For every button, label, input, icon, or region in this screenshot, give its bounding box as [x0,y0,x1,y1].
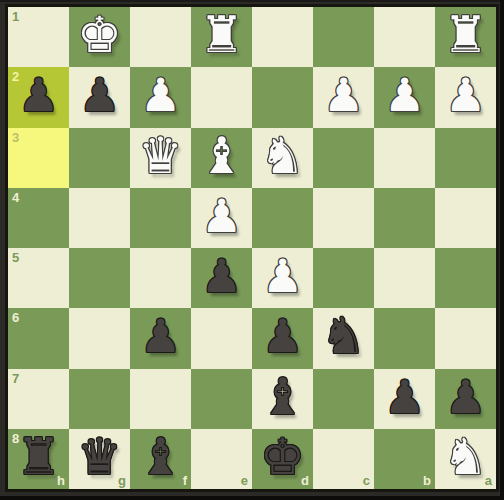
rank-label-4: 4 [12,191,19,204]
black-pawn[interactable]: ♟ [18,72,59,118]
black-knight[interactable]: ♞ [321,311,366,361]
square-f1[interactable] [130,7,191,67]
square-f2[interactable]: ♟ [130,67,191,127]
square-b8[interactable]: b [374,429,435,489]
square-h6[interactable]: 6 [8,308,69,368]
square-d5[interactable]: ♟ [252,248,313,308]
black-pawn[interactable]: ♟ [384,374,425,420]
file-label-c: c [363,474,370,487]
square-f5[interactable] [130,248,191,308]
black-pawn[interactable]: ♟ [201,253,242,299]
square-a8[interactable]: a♞ [435,429,496,489]
square-e5[interactable]: ♟ [191,248,252,308]
square-a2[interactable]: ♟ [435,67,496,127]
square-d8[interactable]: d♚ [252,429,313,489]
square-c6[interactable]: ♞ [313,308,374,368]
square-b7[interactable]: ♟ [374,369,435,429]
white-rook[interactable]: ♜ [199,10,244,60]
square-e8[interactable]: e [191,429,252,489]
square-b3[interactable] [374,128,435,188]
white-knight[interactable]: ♞ [443,432,488,482]
square-g2[interactable]: ♟ [69,67,130,127]
square-h1[interactable]: 1 [8,7,69,67]
square-c1[interactable] [313,7,374,67]
black-bishop[interactable]: ♝ [260,372,305,422]
black-rook[interactable]: ♜ [16,432,61,482]
square-c8[interactable]: c [313,429,374,489]
square-b1[interactable] [374,7,435,67]
white-pawn[interactable]: ♟ [384,72,425,118]
black-king[interactable]: ♚ [260,432,305,482]
square-d6[interactable]: ♟ [252,308,313,368]
square-h3[interactable]: 3 [8,128,69,188]
square-h7[interactable]: 7 [8,369,69,429]
square-b2[interactable]: ♟ [374,67,435,127]
square-f8[interactable]: f♝ [130,429,191,489]
square-g4[interactable] [69,188,130,248]
white-king[interactable]: ♚ [77,10,122,60]
black-pawn[interactable]: ♟ [445,374,486,420]
page-background: 1♚♜♜2♟♟♟♟♟♟3♛♝♞4♟5♟♟6♟♟♞7♝♟♟8h♜g♛f♝ed♚cb… [0,0,504,500]
white-rook[interactable]: ♜ [443,10,488,60]
square-e2[interactable] [191,67,252,127]
white-pawn[interactable]: ♟ [201,193,242,239]
square-d4[interactable] [252,188,313,248]
square-b4[interactable] [374,188,435,248]
rank-label-6: 6 [12,311,19,324]
square-g3[interactable] [69,128,130,188]
square-h4[interactable]: 4 [8,188,69,248]
square-g6[interactable] [69,308,130,368]
square-h8[interactable]: 8h♜ [8,429,69,489]
square-b5[interactable] [374,248,435,308]
square-d3[interactable]: ♞ [252,128,313,188]
black-pawn[interactable]: ♟ [140,313,181,359]
square-g7[interactable] [69,369,130,429]
square-c2[interactable]: ♟ [313,67,374,127]
white-queen[interactable]: ♛ [138,131,183,181]
file-label-f: f [183,474,187,487]
white-pawn[interactable]: ♟ [323,72,364,118]
square-g8[interactable]: g♛ [69,429,130,489]
square-e1[interactable]: ♜ [191,7,252,67]
white-knight[interactable]: ♞ [260,131,305,181]
square-e3[interactable]: ♝ [191,128,252,188]
white-bishop[interactable]: ♝ [199,131,244,181]
square-a1[interactable]: ♜ [435,7,496,67]
black-queen[interactable]: ♛ [77,432,122,482]
rank-label-5: 5 [12,251,19,264]
rank-label-7: 7 [12,372,19,385]
square-a6[interactable] [435,308,496,368]
square-f4[interactable] [130,188,191,248]
file-label-b: b [423,474,431,487]
black-bishop[interactable]: ♝ [138,432,183,482]
rank-label-3: 3 [12,131,19,144]
file-label-e: e [241,474,248,487]
square-d1[interactable] [252,7,313,67]
square-c7[interactable] [313,369,374,429]
square-c4[interactable] [313,188,374,248]
white-pawn[interactable]: ♟ [262,253,303,299]
white-pawn[interactable]: ♟ [140,72,181,118]
square-a7[interactable]: ♟ [435,369,496,429]
square-a5[interactable] [435,248,496,308]
black-pawn[interactable]: ♟ [79,72,120,118]
square-c5[interactable] [313,248,374,308]
square-h5[interactable]: 5 [8,248,69,308]
square-d2[interactable] [252,67,313,127]
square-a3[interactable] [435,128,496,188]
black-pawn[interactable]: ♟ [262,313,303,359]
square-a4[interactable] [435,188,496,248]
square-g1[interactable]: ♚ [69,7,130,67]
square-d7[interactable]: ♝ [252,369,313,429]
square-e7[interactable] [191,369,252,429]
rank-label-1: 1 [12,10,19,23]
square-c3[interactable] [313,128,374,188]
white-pawn[interactable]: ♟ [445,72,486,118]
square-g5[interactable] [69,248,130,308]
square-e4[interactable]: ♟ [191,188,252,248]
square-e6[interactable] [191,308,252,368]
square-f6[interactable]: ♟ [130,308,191,368]
chess-board[interactable]: 1♚♜♜2♟♟♟♟♟♟3♛♝♞4♟5♟♟6♟♟♞7♝♟♟8h♜g♛f♝ed♚cb… [8,7,496,489]
square-f7[interactable] [130,369,191,429]
square-b6[interactable] [374,308,435,368]
square-f3[interactable]: ♛ [130,128,191,188]
square-h2[interactable]: 2♟ [8,67,69,127]
